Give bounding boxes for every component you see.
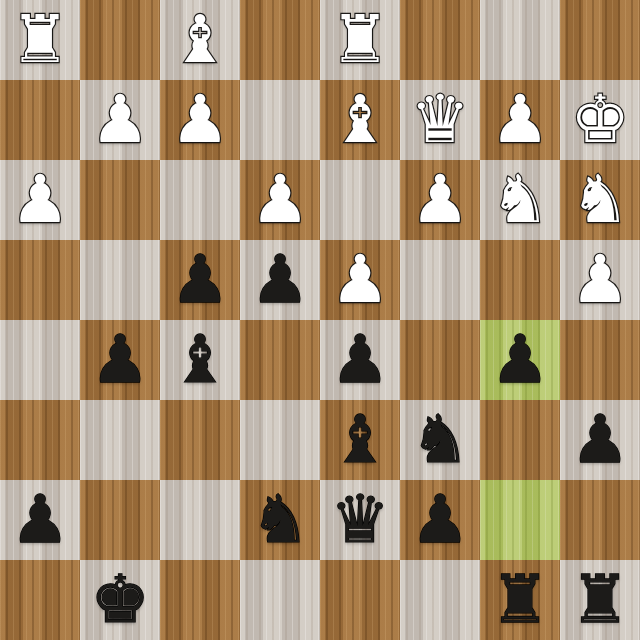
square-d5[interactable]: ♟ <box>320 320 400 400</box>
piece-black-king[interactable]: ♚ <box>90 567 149 633</box>
square-g5[interactable]: ♟ <box>80 320 160 400</box>
piece-black-pawn[interactable]: ♟ <box>570 407 629 473</box>
piece-black-pawn[interactable]: ♟ <box>170 247 229 313</box>
square-f1[interactable]: ♝ <box>160 0 240 80</box>
square-g6[interactable] <box>80 400 160 480</box>
square-e3[interactable]: ♟ <box>240 160 320 240</box>
square-c5[interactable] <box>400 320 480 400</box>
square-h2[interactable] <box>0 80 80 160</box>
piece-white-rook[interactable]: ♜ <box>330 7 389 73</box>
square-f6[interactable] <box>160 400 240 480</box>
piece-white-rook[interactable]: ♜ <box>10 7 69 73</box>
square-f3[interactable] <box>160 160 240 240</box>
square-g4[interactable] <box>80 240 160 320</box>
square-b5[interactable]: ♟ <box>480 320 560 400</box>
piece-white-pawn[interactable]: ♟ <box>490 87 549 153</box>
piece-black-pawn[interactable]: ♟ <box>250 247 309 313</box>
piece-black-pawn[interactable]: ♟ <box>490 327 549 393</box>
square-h1[interactable]: ♜ <box>0 0 80 80</box>
square-h3[interactable]: ♟ <box>0 160 80 240</box>
square-f8[interactable] <box>160 560 240 640</box>
square-e7[interactable]: ♞ <box>240 480 320 560</box>
square-h5[interactable] <box>0 320 80 400</box>
square-b7[interactable] <box>480 480 560 560</box>
square-b3[interactable]: ♞ <box>480 160 560 240</box>
piece-black-pawn[interactable]: ♟ <box>330 327 389 393</box>
piece-white-bishop[interactable]: ♝ <box>330 87 389 153</box>
square-c3[interactable]: ♟ <box>400 160 480 240</box>
piece-black-knight[interactable]: ♞ <box>250 487 309 553</box>
square-a2[interactable]: ♚ <box>560 80 640 160</box>
square-b2[interactable]: ♟ <box>480 80 560 160</box>
square-b1[interactable] <box>480 0 560 80</box>
square-d3[interactable] <box>320 160 400 240</box>
piece-black-pawn[interactable]: ♟ <box>90 327 149 393</box>
chess-board: ♜♝♜♟♟♝♛♟♚♟♟♟♞♞♟♟♟♟♟♝♟♟♝♞♟♟♞♛♟♚♜♜ <box>0 0 640 640</box>
piece-black-bishop[interactable]: ♝ <box>170 327 229 393</box>
piece-black-queen[interactable]: ♛ <box>330 487 389 553</box>
square-a4[interactable]: ♟ <box>560 240 640 320</box>
square-f7[interactable] <box>160 480 240 560</box>
piece-black-pawn[interactable]: ♟ <box>10 487 69 553</box>
square-b6[interactable] <box>480 400 560 480</box>
piece-black-knight[interactable]: ♞ <box>410 407 469 473</box>
piece-white-knight[interactable]: ♞ <box>570 167 629 233</box>
square-c8[interactable] <box>400 560 480 640</box>
square-h7[interactable]: ♟ <box>0 480 80 560</box>
square-f5[interactable]: ♝ <box>160 320 240 400</box>
piece-white-queen[interactable]: ♛ <box>410 87 469 153</box>
square-c2[interactable]: ♛ <box>400 80 480 160</box>
square-f2[interactable]: ♟ <box>160 80 240 160</box>
square-d2[interactable]: ♝ <box>320 80 400 160</box>
square-c6[interactable]: ♞ <box>400 400 480 480</box>
square-g1[interactable] <box>80 0 160 80</box>
piece-white-pawn[interactable]: ♟ <box>10 167 69 233</box>
square-g2[interactable]: ♟ <box>80 80 160 160</box>
square-b8[interactable]: ♜ <box>480 560 560 640</box>
square-h4[interactable] <box>0 240 80 320</box>
square-a3[interactable]: ♞ <box>560 160 640 240</box>
piece-white-pawn[interactable]: ♟ <box>90 87 149 153</box>
piece-white-pawn[interactable]: ♟ <box>570 247 629 313</box>
square-c4[interactable] <box>400 240 480 320</box>
square-g8[interactable]: ♚ <box>80 560 160 640</box>
square-c1[interactable] <box>400 0 480 80</box>
square-a8[interactable]: ♜ <box>560 560 640 640</box>
piece-white-king[interactable]: ♚ <box>570 87 629 153</box>
square-d8[interactable] <box>320 560 400 640</box>
square-g7[interactable] <box>80 480 160 560</box>
square-e8[interactable] <box>240 560 320 640</box>
square-d7[interactable]: ♛ <box>320 480 400 560</box>
square-f4[interactable]: ♟ <box>160 240 240 320</box>
piece-white-pawn[interactable]: ♟ <box>250 167 309 233</box>
square-e4[interactable]: ♟ <box>240 240 320 320</box>
piece-white-knight[interactable]: ♞ <box>490 167 549 233</box>
square-e6[interactable] <box>240 400 320 480</box>
piece-black-rook[interactable]: ♜ <box>490 567 549 633</box>
square-h8[interactable] <box>0 560 80 640</box>
piece-white-pawn[interactable]: ♟ <box>410 167 469 233</box>
piece-white-pawn[interactable]: ♟ <box>330 247 389 313</box>
square-d6[interactable]: ♝ <box>320 400 400 480</box>
piece-white-bishop[interactable]: ♝ <box>170 7 229 73</box>
square-a5[interactable] <box>560 320 640 400</box>
square-a1[interactable] <box>560 0 640 80</box>
square-d1[interactable]: ♜ <box>320 0 400 80</box>
square-e2[interactable] <box>240 80 320 160</box>
square-b4[interactable] <box>480 240 560 320</box>
square-e5[interactable] <box>240 320 320 400</box>
square-g3[interactable] <box>80 160 160 240</box>
piece-white-pawn[interactable]: ♟ <box>170 87 229 153</box>
piece-black-bishop[interactable]: ♝ <box>330 407 389 473</box>
square-d4[interactable]: ♟ <box>320 240 400 320</box>
square-c7[interactable]: ♟ <box>400 480 480 560</box>
piece-black-pawn[interactable]: ♟ <box>410 487 469 553</box>
square-a7[interactable] <box>560 480 640 560</box>
square-a6[interactable]: ♟ <box>560 400 640 480</box>
piece-black-rook[interactable]: ♜ <box>570 567 629 633</box>
square-e1[interactable] <box>240 0 320 80</box>
square-h6[interactable] <box>0 400 80 480</box>
